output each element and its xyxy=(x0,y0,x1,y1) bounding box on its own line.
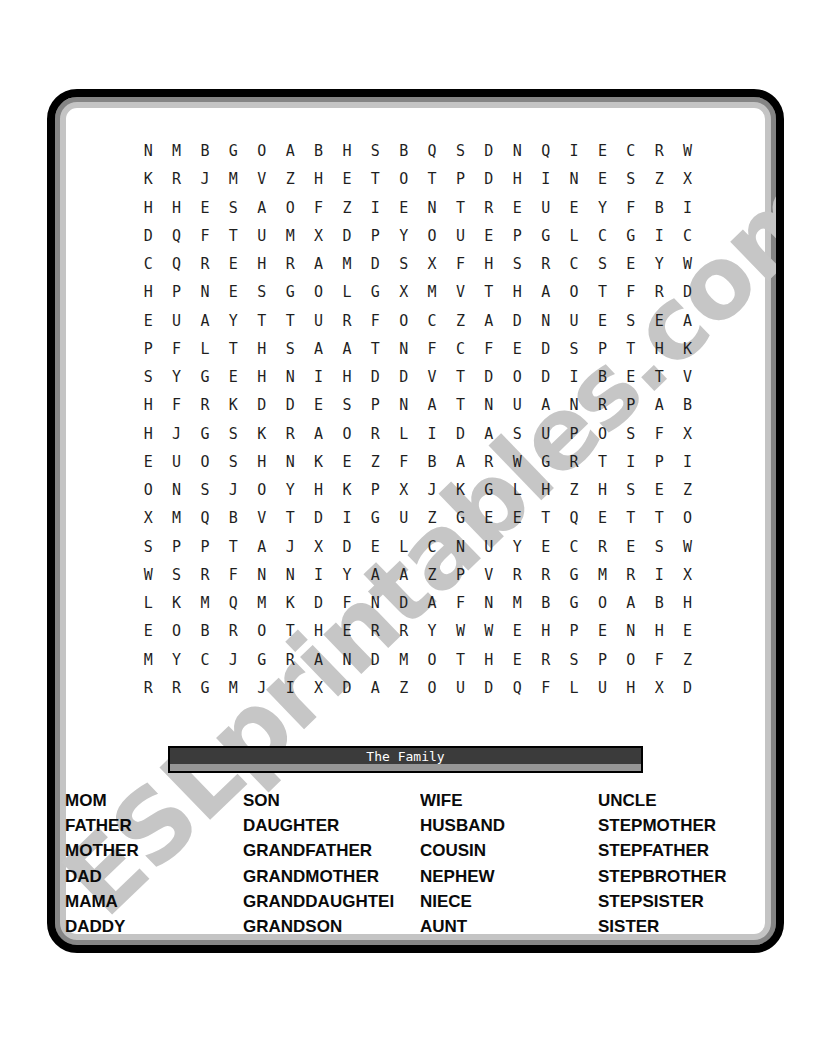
grid-cell-r19c14[interactable]: E xyxy=(503,646,531,674)
grid-cell-r12c15[interactable]: G xyxy=(531,448,559,476)
grid-cell-r3c14[interactable]: E xyxy=(503,194,531,222)
grid-cell-r20c17[interactable]: U xyxy=(588,674,616,702)
grid-cell-r3c16[interactable]: E xyxy=(560,194,588,222)
grid-cell-r8c18[interactable]: T xyxy=(617,335,645,363)
grid-cell-r14c11[interactable]: Z xyxy=(418,504,446,532)
grid-cell-r7c8[interactable]: R xyxy=(333,307,361,335)
grid-cell-r13c2[interactable]: N xyxy=(162,476,190,504)
grid-cell-r2c3[interactable]: J xyxy=(191,165,219,193)
grid-cell-r8c13[interactable]: F xyxy=(475,335,503,363)
grid-cell-r10c6[interactable]: D xyxy=(276,391,304,419)
grid-cell-r6c15[interactable]: A xyxy=(531,278,559,306)
grid-cell-r12c13[interactable]: R xyxy=(475,448,503,476)
grid-cell-r1c14[interactable]: N xyxy=(503,137,531,165)
grid-cell-r15c20[interactable]: W xyxy=(673,533,701,561)
grid-cell-r17c8[interactable]: F xyxy=(333,589,361,617)
grid-cell-r20c15[interactable]: F xyxy=(531,674,559,702)
grid-cell-r4c11[interactable]: O xyxy=(418,222,446,250)
grid-cell-r14c20[interactable]: O xyxy=(673,504,701,532)
grid-cell-r15c19[interactable]: S xyxy=(645,533,673,561)
grid-cell-r2c15[interactable]: I xyxy=(531,165,559,193)
grid-cell-r7c1[interactable]: E xyxy=(134,307,162,335)
grid-cell-r11c9[interactable]: R xyxy=(361,420,389,448)
grid-cell-r8c5[interactable]: H xyxy=(248,335,276,363)
grid-cell-r12c14[interactable]: W xyxy=(503,448,531,476)
grid-cell-r3c2[interactable]: H xyxy=(162,194,190,222)
grid-cell-r13c11[interactable]: J xyxy=(418,476,446,504)
grid-cell-r1c1[interactable]: N xyxy=(134,137,162,165)
grid-cell-r19c10[interactable]: M xyxy=(390,646,418,674)
grid-cell-r12c7[interactable]: K xyxy=(304,448,332,476)
grid-cell-r20c5[interactable]: J xyxy=(248,674,276,702)
grid-cell-r14c9[interactable]: G xyxy=(361,504,389,532)
grid-cell-r15c11[interactable]: C xyxy=(418,533,446,561)
grid-cell-r17c17[interactable]: O xyxy=(588,589,616,617)
grid-cell-r12c12[interactable]: A xyxy=(446,448,474,476)
grid-cell-r5c2[interactable]: Q xyxy=(162,250,190,278)
grid-cell-r18c7[interactable]: H xyxy=(304,617,332,645)
grid-cell-r20c12[interactable]: U xyxy=(446,674,474,702)
grid-cell-r10c14[interactable]: U xyxy=(503,391,531,419)
grid-cell-r18c1[interactable]: E xyxy=(134,617,162,645)
grid-cell-r14c8[interactable]: I xyxy=(333,504,361,532)
grid-cell-r20c3[interactable]: G xyxy=(191,674,219,702)
grid-cell-r10c7[interactable]: E xyxy=(304,391,332,419)
grid-cell-r1c10[interactable]: B xyxy=(390,137,418,165)
grid-cell-r14c18[interactable]: T xyxy=(617,504,645,532)
grid-cell-r11c1[interactable]: H xyxy=(134,420,162,448)
grid-cell-r1c19[interactable]: R xyxy=(645,137,673,165)
grid-cell-r17c2[interactable]: K xyxy=(162,589,190,617)
grid-cell-r16c9[interactable]: A xyxy=(361,561,389,589)
grid-cell-r20c8[interactable]: D xyxy=(333,674,361,702)
grid-cell-r12c11[interactable]: B xyxy=(418,448,446,476)
grid-cell-r1c8[interactable]: H xyxy=(333,137,361,165)
grid-cell-r17c14[interactable]: M xyxy=(503,589,531,617)
grid-cell-r1c15[interactable]: Q xyxy=(531,137,559,165)
grid-cell-r15c7[interactable]: X xyxy=(304,533,332,561)
grid-cell-r8c12[interactable]: C xyxy=(446,335,474,363)
grid-cell-r4c5[interactable]: U xyxy=(248,222,276,250)
grid-cell-r7c13[interactable]: A xyxy=(475,307,503,335)
grid-cell-r6c5[interactable]: S xyxy=(248,278,276,306)
grid-cell-r5c6[interactable]: R xyxy=(276,250,304,278)
grid-cell-r12c9[interactable]: Z xyxy=(361,448,389,476)
grid-cell-r6c18[interactable]: F xyxy=(617,278,645,306)
grid-cell-r11c14[interactable]: S xyxy=(503,420,531,448)
grid-cell-r15c13[interactable]: U xyxy=(475,533,503,561)
grid-cell-r14c14[interactable]: E xyxy=(503,504,531,532)
grid-cell-r19c7[interactable]: A xyxy=(304,646,332,674)
grid-cell-r5c8[interactable]: M xyxy=(333,250,361,278)
grid-cell-r4c20[interactable]: C xyxy=(673,222,701,250)
grid-cell-r5c1[interactable]: C xyxy=(134,250,162,278)
grid-cell-r17c12[interactable]: F xyxy=(446,589,474,617)
grid-cell-r7c17[interactable]: E xyxy=(588,307,616,335)
grid-cell-r15c8[interactable]: D xyxy=(333,533,361,561)
grid-cell-r7c4[interactable]: Y xyxy=(219,307,247,335)
grid-cell-r11c17[interactable]: O xyxy=(588,420,616,448)
grid-cell-r16c13[interactable]: V xyxy=(475,561,503,589)
grid-cell-r18c4[interactable]: R xyxy=(219,617,247,645)
grid-cell-r12c6[interactable]: N xyxy=(276,448,304,476)
grid-cell-r7c5[interactable]: T xyxy=(248,307,276,335)
grid-cell-r20c2[interactable]: R xyxy=(162,674,190,702)
grid-cell-r11c5[interactable]: K xyxy=(248,420,276,448)
grid-cell-r12c3[interactable]: O xyxy=(191,448,219,476)
grid-cell-r15c4[interactable]: T xyxy=(219,533,247,561)
grid-cell-r3c11[interactable]: N xyxy=(418,194,446,222)
grid-cell-r15c14[interactable]: Y xyxy=(503,533,531,561)
grid-cell-r6c3[interactable]: N xyxy=(191,278,219,306)
grid-cell-r19c20[interactable]: Z xyxy=(673,646,701,674)
grid-cell-r7c2[interactable]: U xyxy=(162,307,190,335)
grid-cell-r10c16[interactable]: N xyxy=(560,391,588,419)
grid-cell-r12c20[interactable]: I xyxy=(673,448,701,476)
grid-cell-r9c11[interactable]: V xyxy=(418,363,446,391)
grid-cell-r12c2[interactable]: U xyxy=(162,448,190,476)
grid-cell-r2c16[interactable]: N xyxy=(560,165,588,193)
grid-cell-r17c20[interactable]: H xyxy=(673,589,701,617)
grid-cell-r4c18[interactable]: G xyxy=(617,222,645,250)
grid-cell-r20c16[interactable]: L xyxy=(560,674,588,702)
grid-cell-r19c3[interactable]: C xyxy=(191,646,219,674)
grid-cell-r14c13[interactable]: E xyxy=(475,504,503,532)
grid-cell-r16c10[interactable]: A xyxy=(390,561,418,589)
grid-cell-r8c11[interactable]: F xyxy=(418,335,446,363)
grid-cell-r13c14[interactable]: L xyxy=(503,476,531,504)
grid-cell-r8c15[interactable]: D xyxy=(531,335,559,363)
grid-cell-r14c17[interactable]: E xyxy=(588,504,616,532)
grid-cell-r10c3[interactable]: R xyxy=(191,391,219,419)
grid-cell-r9c7[interactable]: I xyxy=(304,363,332,391)
grid-cell-r5c18[interactable]: E xyxy=(617,250,645,278)
grid-cell-r9c20[interactable]: V xyxy=(673,363,701,391)
grid-cell-r3c17[interactable]: Y xyxy=(588,194,616,222)
grid-cell-r7c12[interactable]: Z xyxy=(446,307,474,335)
grid-cell-r13c17[interactable]: H xyxy=(588,476,616,504)
grid-cell-r6c10[interactable]: X xyxy=(390,278,418,306)
grid-cell-r7c10[interactable]: O xyxy=(390,307,418,335)
grid-cell-r17c19[interactable]: B xyxy=(645,589,673,617)
grid-cell-r8c10[interactable]: N xyxy=(390,335,418,363)
grid-cell-r14c16[interactable]: Q xyxy=(560,504,588,532)
grid-cell-r17c3[interactable]: M xyxy=(191,589,219,617)
grid-cell-r9c1[interactable]: S xyxy=(134,363,162,391)
grid-cell-r16c3[interactable]: R xyxy=(191,561,219,589)
grid-cell-r9c13[interactable]: D xyxy=(475,363,503,391)
grid-cell-r16c11[interactable]: Z xyxy=(418,561,446,589)
grid-cell-r5c3[interactable]: R xyxy=(191,250,219,278)
grid-cell-r15c2[interactable]: P xyxy=(162,533,190,561)
grid-cell-r13c8[interactable]: K xyxy=(333,476,361,504)
grid-cell-r18c11[interactable]: Y xyxy=(418,617,446,645)
grid-cell-r14c12[interactable]: G xyxy=(446,504,474,532)
grid-cell-r12c1[interactable]: E xyxy=(134,448,162,476)
grid-cell-r13c16[interactable]: Z xyxy=(560,476,588,504)
grid-cell-r5c12[interactable]: F xyxy=(446,250,474,278)
grid-cell-r11c3[interactable]: G xyxy=(191,420,219,448)
grid-cell-r11c19[interactable]: F xyxy=(645,420,673,448)
grid-cell-r16c6[interactable]: N xyxy=(276,561,304,589)
grid-cell-r9c6[interactable]: N xyxy=(276,363,304,391)
grid-cell-r8c2[interactable]: F xyxy=(162,335,190,363)
grid-cell-r16c14[interactable]: R xyxy=(503,561,531,589)
grid-cell-r17c18[interactable]: A xyxy=(617,589,645,617)
grid-cell-r11c16[interactable]: P xyxy=(560,420,588,448)
grid-cell-r13c4[interactable]: J xyxy=(219,476,247,504)
grid-cell-r20c4[interactable]: M xyxy=(219,674,247,702)
grid-cell-r3c9[interactable]: I xyxy=(361,194,389,222)
grid-cell-r14c4[interactable]: B xyxy=(219,504,247,532)
grid-cell-r14c3[interactable]: Q xyxy=(191,504,219,532)
grid-cell-r4c14[interactable]: P xyxy=(503,222,531,250)
grid-cell-r17c6[interactable]: K xyxy=(276,589,304,617)
grid-cell-r6c11[interactable]: M xyxy=(418,278,446,306)
grid-cell-r20c6[interactable]: I xyxy=(276,674,304,702)
grid-cell-r3c20[interactable]: I xyxy=(673,194,701,222)
grid-cell-r7c11[interactable]: C xyxy=(418,307,446,335)
grid-cell-r11c8[interactable]: O xyxy=(333,420,361,448)
grid-cell-r8c3[interactable]: L xyxy=(191,335,219,363)
grid-cell-r14c7[interactable]: D xyxy=(304,504,332,532)
grid-cell-r1c5[interactable]: O xyxy=(248,137,276,165)
grid-cell-r8c4[interactable]: T xyxy=(219,335,247,363)
grid-cell-r19c6[interactable]: R xyxy=(276,646,304,674)
grid-cell-r7c15[interactable]: N xyxy=(531,307,559,335)
grid-cell-r7c18[interactable]: S xyxy=(617,307,645,335)
grid-cell-r8c9[interactable]: T xyxy=(361,335,389,363)
grid-cell-r5c10[interactable]: S xyxy=(390,250,418,278)
grid-cell-r9c15[interactable]: D xyxy=(531,363,559,391)
grid-cell-r5c5[interactable]: H xyxy=(248,250,276,278)
grid-cell-r8c7[interactable]: A xyxy=(304,335,332,363)
grid-cell-r6c17[interactable]: T xyxy=(588,278,616,306)
grid-cell-r3c4[interactable]: S xyxy=(219,194,247,222)
grid-cell-r18c14[interactable]: E xyxy=(503,617,531,645)
grid-cell-r16c2[interactable]: S xyxy=(162,561,190,589)
grid-cell-r16c5[interactable]: N xyxy=(248,561,276,589)
grid-cell-r4c17[interactable]: C xyxy=(588,222,616,250)
grid-cell-r4c10[interactable]: Y xyxy=(390,222,418,250)
grid-cell-r13c7[interactable]: H xyxy=(304,476,332,504)
grid-cell-r8c1[interactable]: P xyxy=(134,335,162,363)
grid-cell-r9c5[interactable]: H xyxy=(248,363,276,391)
grid-cell-r5c13[interactable]: H xyxy=(475,250,503,278)
grid-cell-r3c5[interactable]: A xyxy=(248,194,276,222)
grid-cell-r2c2[interactable]: R xyxy=(162,165,190,193)
grid-cell-r10c12[interactable]: T xyxy=(446,391,474,419)
grid-cell-r20c10[interactable]: Z xyxy=(390,674,418,702)
grid-cell-r18c3[interactable]: B xyxy=(191,617,219,645)
grid-cell-r15c6[interactable]: J xyxy=(276,533,304,561)
grid-cell-r7c3[interactable]: A xyxy=(191,307,219,335)
grid-cell-r6c16[interactable]: O xyxy=(560,278,588,306)
grid-cell-r15c9[interactable]: E xyxy=(361,533,389,561)
grid-cell-r17c16[interactable]: G xyxy=(560,589,588,617)
grid-cell-r15c5[interactable]: A xyxy=(248,533,276,561)
grid-cell-r10c4[interactable]: K xyxy=(219,391,247,419)
grid-cell-r2c5[interactable]: V xyxy=(248,165,276,193)
grid-cell-r6c19[interactable]: R xyxy=(645,278,673,306)
grid-cell-r3c6[interactable]: O xyxy=(276,194,304,222)
grid-cell-r19c12[interactable]: T xyxy=(446,646,474,674)
grid-cell-r14c6[interactable]: T xyxy=(276,504,304,532)
grid-cell-r5c7[interactable]: A xyxy=(304,250,332,278)
grid-cell-r19c13[interactable]: H xyxy=(475,646,503,674)
grid-cell-r1c18[interactable]: C xyxy=(617,137,645,165)
grid-cell-r17c1[interactable]: L xyxy=(134,589,162,617)
grid-cell-r9c10[interactable]: D xyxy=(390,363,418,391)
grid-cell-r20c18[interactable]: H xyxy=(617,674,645,702)
grid-cell-r4c4[interactable]: T xyxy=(219,222,247,250)
grid-cell-r11c6[interactable]: R xyxy=(276,420,304,448)
grid-cell-r19c2[interactable]: Y xyxy=(162,646,190,674)
grid-cell-r14c15[interactable]: T xyxy=(531,504,559,532)
grid-cell-r3c10[interactable]: E xyxy=(390,194,418,222)
grid-cell-r11c13[interactable]: A xyxy=(475,420,503,448)
grid-cell-r7c7[interactable]: U xyxy=(304,307,332,335)
grid-cell-r13c20[interactable]: Z xyxy=(673,476,701,504)
grid-cell-r12c4[interactable]: S xyxy=(219,448,247,476)
grid-cell-r10c15[interactable]: A xyxy=(531,391,559,419)
grid-cell-r11c20[interactable]: X xyxy=(673,420,701,448)
grid-cell-r7c14[interactable]: D xyxy=(503,307,531,335)
grid-cell-r6c12[interactable]: V xyxy=(446,278,474,306)
grid-cell-r4c7[interactable]: X xyxy=(304,222,332,250)
grid-cell-r5c16[interactable]: C xyxy=(560,250,588,278)
grid-cell-r5c15[interactable]: R xyxy=(531,250,559,278)
grid-cell-r13c10[interactable]: X xyxy=(390,476,418,504)
grid-cell-r18c13[interactable]: W xyxy=(475,617,503,645)
grid-cell-r5c20[interactable]: W xyxy=(673,250,701,278)
grid-cell-r19c18[interactable]: O xyxy=(617,646,645,674)
grid-cell-r3c1[interactable]: H xyxy=(134,194,162,222)
grid-cell-r2c9[interactable]: T xyxy=(361,165,389,193)
grid-cell-r2c14[interactable]: H xyxy=(503,165,531,193)
grid-cell-r9c16[interactable]: I xyxy=(560,363,588,391)
grid-cell-r2c8[interactable]: E xyxy=(333,165,361,193)
grid-cell-r19c8[interactable]: N xyxy=(333,646,361,674)
grid-cell-r15c12[interactable]: N xyxy=(446,533,474,561)
grid-cell-r8c14[interactable]: E xyxy=(503,335,531,363)
grid-cell-r17c15[interactable]: B xyxy=(531,589,559,617)
grid-cell-r4c19[interactable]: I xyxy=(645,222,673,250)
grid-cell-r15c17[interactable]: R xyxy=(588,533,616,561)
grid-cell-r18c12[interactable]: W xyxy=(446,617,474,645)
grid-cell-r1c20[interactable]: W xyxy=(673,137,701,165)
grid-cell-r2c7[interactable]: H xyxy=(304,165,332,193)
grid-cell-r6c2[interactable]: P xyxy=(162,278,190,306)
grid-cell-r16c8[interactable]: Y xyxy=(333,561,361,589)
grid-cell-r3c8[interactable]: Z xyxy=(333,194,361,222)
grid-cell-r6c4[interactable]: E xyxy=(219,278,247,306)
grid-cell-r20c20[interactable]: D xyxy=(673,674,701,702)
grid-cell-r3c15[interactable]: U xyxy=(531,194,559,222)
grid-cell-r16c7[interactable]: I xyxy=(304,561,332,589)
grid-cell-r13c5[interactable]: O xyxy=(248,476,276,504)
grid-cell-r13c13[interactable]: G xyxy=(475,476,503,504)
grid-cell-r17c4[interactable]: Q xyxy=(219,589,247,617)
grid-cell-r19c15[interactable]: R xyxy=(531,646,559,674)
grid-cell-r20c19[interactable]: X xyxy=(645,674,673,702)
grid-cell-r14c2[interactable]: M xyxy=(162,504,190,532)
grid-cell-r10c13[interactable]: N xyxy=(475,391,503,419)
grid-cell-r10c10[interactable]: N xyxy=(390,391,418,419)
grid-cell-r4c6[interactable]: M xyxy=(276,222,304,250)
grid-cell-r5c11[interactable]: X xyxy=(418,250,446,278)
grid-cell-r15c1[interactable]: S xyxy=(134,533,162,561)
grid-cell-r6c6[interactable]: G xyxy=(276,278,304,306)
grid-cell-r10c17[interactable]: R xyxy=(588,391,616,419)
grid-cell-r10c20[interactable]: B xyxy=(673,391,701,419)
grid-cell-r18c19[interactable]: H xyxy=(645,617,673,645)
grid-cell-r4c9[interactable]: P xyxy=(361,222,389,250)
grid-cell-r6c1[interactable]: H xyxy=(134,278,162,306)
grid-cell-r11c18[interactable]: S xyxy=(617,420,645,448)
grid-cell-r2c19[interactable]: Z xyxy=(645,165,673,193)
grid-cell-r3c19[interactable]: B xyxy=(645,194,673,222)
grid-cell-r13c3[interactable]: S xyxy=(191,476,219,504)
grid-cell-r15c10[interactable]: L xyxy=(390,533,418,561)
grid-cell-r9c2[interactable]: Y xyxy=(162,363,190,391)
grid-cell-r7c9[interactable]: F xyxy=(361,307,389,335)
grid-cell-r11c15[interactable]: U xyxy=(531,420,559,448)
grid-cell-r2c12[interactable]: P xyxy=(446,165,474,193)
grid-cell-r19c4[interactable]: J xyxy=(219,646,247,674)
grid-cell-r6c7[interactable]: O xyxy=(304,278,332,306)
grid-cell-r1c9[interactable]: S xyxy=(361,137,389,165)
grid-cell-r6c14[interactable]: H xyxy=(503,278,531,306)
grid-cell-r20c13[interactable]: D xyxy=(475,674,503,702)
grid-cell-r15c18[interactable]: E xyxy=(617,533,645,561)
grid-cell-r8c17[interactable]: P xyxy=(588,335,616,363)
grid-cell-r2c20[interactable]: X xyxy=(673,165,701,193)
grid-cell-r9c17[interactable]: B xyxy=(588,363,616,391)
grid-cell-r4c8[interactable]: D xyxy=(333,222,361,250)
grid-cell-r1c11[interactable]: Q xyxy=(418,137,446,165)
grid-cell-r9c19[interactable]: T xyxy=(645,363,673,391)
grid-cell-r9c18[interactable]: E xyxy=(617,363,645,391)
grid-cell-r15c3[interactable]: P xyxy=(191,533,219,561)
grid-cell-r19c16[interactable]: S xyxy=(560,646,588,674)
grid-cell-r6c13[interactable]: T xyxy=(475,278,503,306)
grid-cell-r10c2[interactable]: F xyxy=(162,391,190,419)
grid-cell-r12c18[interactable]: I xyxy=(617,448,645,476)
grid-cell-r1c12[interactable]: S xyxy=(446,137,474,165)
grid-cell-r19c17[interactable]: P xyxy=(588,646,616,674)
grid-cell-r5c17[interactable]: S xyxy=(588,250,616,278)
grid-cell-r5c4[interactable]: E xyxy=(219,250,247,278)
grid-cell-r13c12[interactable]: K xyxy=(446,476,474,504)
grid-cell-r9c14[interactable]: O xyxy=(503,363,531,391)
grid-cell-r16c4[interactable]: F xyxy=(219,561,247,589)
grid-cell-r19c11[interactable]: O xyxy=(418,646,446,674)
grid-cell-r16c18[interactable]: R xyxy=(617,561,645,589)
grid-cell-r1c3[interactable]: B xyxy=(191,137,219,165)
grid-cell-r17c13[interactable]: N xyxy=(475,589,503,617)
grid-cell-r9c9[interactable]: D xyxy=(361,363,389,391)
grid-cell-r7c20[interactable]: A xyxy=(673,307,701,335)
grid-cell-r7c6[interactable]: T xyxy=(276,307,304,335)
grid-cell-r9c12[interactable]: T xyxy=(446,363,474,391)
grid-cell-r7c16[interactable]: U xyxy=(560,307,588,335)
grid-cell-r4c3[interactable]: F xyxy=(191,222,219,250)
grid-cell-r4c2[interactable]: Q xyxy=(162,222,190,250)
grid-cell-r20c9[interactable]: A xyxy=(361,674,389,702)
grid-cell-r20c14[interactable]: Q xyxy=(503,674,531,702)
grid-cell-r10c1[interactable]: H xyxy=(134,391,162,419)
